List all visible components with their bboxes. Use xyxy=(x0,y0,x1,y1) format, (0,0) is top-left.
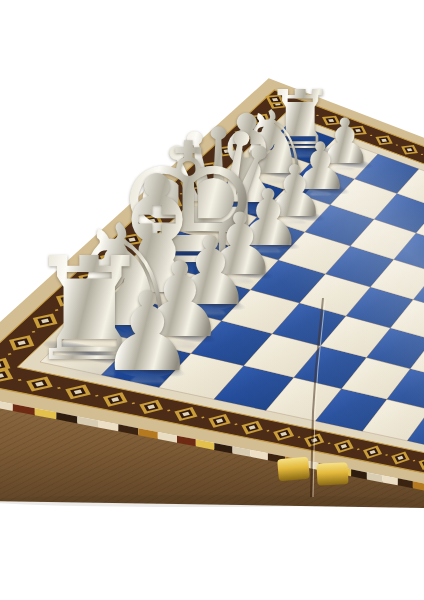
table-shadow xyxy=(0,495,415,507)
chessboard xyxy=(0,0,424,600)
brass-hinge xyxy=(277,457,310,482)
chessboard-photo-scene: ♜♜♞♞♝♝♛♛♚♚♝♝♞♞♜♜♟♟♟♟♟♟♟♟♟♟♟♟♟♟♟♟ xyxy=(0,0,424,600)
